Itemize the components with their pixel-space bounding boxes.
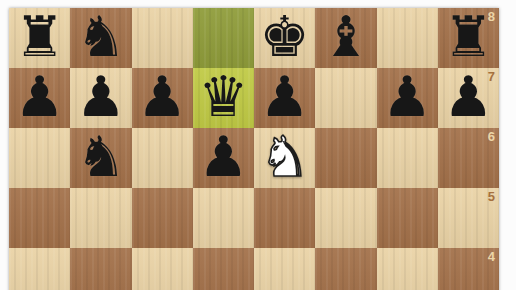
black-king-piece[interactable]: ♚ [260,7,310,67]
black-knight-piece[interactable]: ♞ [76,127,126,187]
square-d7[interactable]: ♛ [193,68,254,128]
square-a4[interactable] [9,248,70,290]
square-g7[interactable]: ♟ [377,68,438,128]
black-pawn-piece[interactable]: ♟ [76,67,126,127]
rank-label-6: 6 [488,130,495,143]
black-rook-piece[interactable]: ♜ [443,7,493,67]
square-a8[interactable]: ♜ [9,8,70,68]
square-g4[interactable] [377,248,438,290]
square-e4[interactable] [254,248,315,290]
square-g8[interactable] [377,8,438,68]
square-e6[interactable]: ♞ [254,128,315,188]
black-pawn-piece[interactable]: ♟ [443,67,493,127]
square-b6[interactable]: ♞ [70,128,131,188]
square-d8[interactable] [193,8,254,68]
square-e7[interactable]: ♟ [254,68,315,128]
square-e8[interactable]: ♚ [254,8,315,68]
square-a5[interactable] [9,188,70,248]
square-g6[interactable] [377,128,438,188]
square-c6[interactable] [132,128,193,188]
square-f4[interactable] [315,248,376,290]
square-h8[interactable]: ♜8 [438,8,499,68]
rank-label-7: 7 [488,70,495,83]
square-a6[interactable] [9,128,70,188]
square-b5[interactable] [70,188,131,248]
rank-label-4: 4 [488,250,495,263]
square-c8[interactable] [132,8,193,68]
chess-board: ♜♞♚♝♜8♟♟♟♛♟♟♟7♞♟♞654 [9,8,499,290]
square-h6[interactable]: 6 [438,128,499,188]
black-pawn-piece[interactable]: ♟ [15,67,65,127]
black-pawn-piece[interactable]: ♟ [137,67,187,127]
square-h7[interactable]: ♟7 [438,68,499,128]
square-b4[interactable] [70,248,131,290]
square-c5[interactable] [132,188,193,248]
square-d6[interactable]: ♟ [193,128,254,188]
square-h5[interactable]: 5 [438,188,499,248]
square-f8[interactable]: ♝ [315,8,376,68]
square-c4[interactable] [132,248,193,290]
black-pawn-piece[interactable]: ♟ [260,67,310,127]
rank-label-8: 8 [488,10,495,23]
page: ♜♞♚♝♜8♟♟♟♛♟♟♟7♞♟♞654 [0,0,516,290]
square-c7[interactable]: ♟ [132,68,193,128]
white-knight-piece[interactable]: ♞ [260,127,310,187]
square-d5[interactable] [193,188,254,248]
black-pawn-piece[interactable]: ♟ [198,127,248,187]
black-knight-piece[interactable]: ♞ [76,7,126,67]
square-f7[interactable] [315,68,376,128]
square-f6[interactable] [315,128,376,188]
black-queen-piece[interactable]: ♛ [198,67,248,127]
black-bishop-piece[interactable]: ♝ [321,7,371,67]
black-rook-piece[interactable]: ♜ [15,7,65,67]
square-h4[interactable]: 4 [438,248,499,290]
rank-label-5: 5 [488,190,495,203]
square-b8[interactable]: ♞ [70,8,131,68]
square-d4[interactable] [193,248,254,290]
square-f5[interactable] [315,188,376,248]
square-a7[interactable]: ♟ [9,68,70,128]
square-g5[interactable] [377,188,438,248]
black-pawn-piece[interactable]: ♟ [382,67,432,127]
square-e5[interactable] [254,188,315,248]
square-b7[interactable]: ♟ [70,68,131,128]
